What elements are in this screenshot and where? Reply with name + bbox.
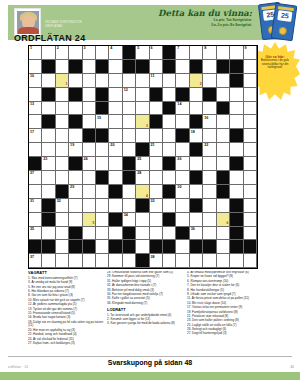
grid-cell-r10c17[interactable]: [244, 171, 257, 185]
grid-cell-r3c12[interactable]: [176, 74, 189, 88]
black-cell-r4c12: [176, 88, 189, 102]
grid-cell-r16c2[interactable]: [42, 254, 55, 268]
black-cell-r6c2: [42, 115, 55, 129]
cell-number: 38: [151, 255, 155, 259]
cell-number: 5: [137, 46, 139, 50]
black-cell-r15c13: [190, 240, 203, 254]
grid-cell-r8c17[interactable]: [244, 143, 257, 157]
grid-cell-r5c4[interactable]: [69, 102, 82, 116]
competition-cell-r11c9[interactable]: 4: [136, 185, 149, 199]
grid-cell-r5c17[interactable]: [244, 102, 257, 116]
grid-cell-r11c1[interactable]: [29, 185, 42, 199]
black-cell-r7c6: [96, 129, 109, 143]
page-title: ORDFLÄTAN 24: [14, 33, 85, 43]
black-cell-r13c11: [163, 213, 176, 227]
grid-cell-r6c6[interactable]: 15: [96, 115, 109, 129]
clue: 27. Dogt till hanteringsljud (3): [187, 332, 261, 336]
grid-cell-r7c4[interactable]: [69, 129, 82, 143]
grid-cell-r4c16[interactable]: [230, 88, 243, 102]
black-cell-r2c2: [42, 60, 55, 74]
cell-number: 32: [57, 199, 61, 203]
grid-cell-r1c1[interactable]: 1: [29, 46, 42, 60]
black-cell-r12c9: [136, 199, 149, 213]
clues-column-1: VÅGRÄTT 1. Slås med översvämningseffekt …: [28, 271, 104, 359]
grid-cell-r3c17[interactable]: [244, 74, 257, 88]
grid-cell-r7c17[interactable]: [244, 129, 257, 143]
grid-cell-r3c2[interactable]: [42, 74, 55, 88]
grid-cell-r12c11[interactable]: [163, 199, 176, 213]
cell-number: 7: [177, 46, 179, 50]
grid-cell-r14c5[interactable]: [83, 227, 96, 241]
grid-cell-r14c10[interactable]: [150, 227, 163, 241]
cell-number: 36: [191, 227, 195, 231]
grid-cell-r16c6[interactable]: [96, 254, 109, 268]
black-cell-r10c6: [96, 171, 109, 185]
grid-cell-r10c3[interactable]: [56, 171, 69, 185]
grid-cell-r7c14[interactable]: [203, 129, 216, 143]
clues-column-3: 4. Är småkul med pipremsor och frityrkul…: [187, 271, 261, 359]
grid-cell-r16c11[interactable]: [163, 254, 176, 268]
grid-cell-r10c11[interactable]: [163, 171, 176, 185]
black-cell-r12c16: [230, 199, 243, 213]
grid-cell-r10c5[interactable]: [83, 171, 96, 185]
grid-cell-r13c1[interactable]: [29, 213, 42, 227]
black-cell-r6c10: [150, 115, 163, 129]
grid-cell-r3c7[interactable]: [109, 74, 122, 88]
grid-cell-r12c4[interactable]: [69, 199, 82, 213]
grid-cell-r1c6[interactable]: [96, 46, 109, 60]
grid-cell-r6c8[interactable]: [123, 115, 136, 129]
grid-cell-r8c3[interactable]: [56, 143, 69, 157]
grid-cell-r9c12[interactable]: 26: [176, 157, 189, 171]
grid-cell-r13c13[interactable]: [190, 213, 203, 227]
grid-cell-r7c8[interactable]: [123, 129, 136, 143]
grid-cell-r1c2[interactable]: [42, 46, 55, 60]
grid-cell-r11c4[interactable]: 29: [69, 185, 82, 199]
down-header: LODRÄTT: [107, 308, 184, 313]
footer-divider: [8, 356, 292, 357]
grid-cell-r1c13[interactable]: [190, 46, 203, 60]
grid-cell-r5c1[interactable]: 13: [29, 102, 42, 116]
grid-cell-r8c1[interactable]: [29, 143, 42, 157]
lottery-ticket-icon: 25: [271, 3, 298, 42]
grid-cell-r7c2[interactable]: [42, 129, 55, 143]
black-cell-r8c13: [190, 143, 203, 157]
black-cell-r13c7: [109, 213, 122, 227]
grid-cell-r13c9[interactable]: [136, 213, 149, 227]
black-cell-r13c16: [230, 213, 243, 227]
grid-cell-r13c17[interactable]: [244, 213, 257, 227]
grid-cell-r5c10[interactable]: [150, 102, 163, 116]
photo-caption: VECKANS KONSTRUKTÖR ORDFLÄTAN: [45, 21, 82, 29]
competition-letter-index: 3: [146, 124, 148, 128]
cell-number: 2: [57, 46, 59, 50]
grid-cell-r15c9[interactable]: [136, 240, 149, 254]
grid-cell-r12c15[interactable]: [217, 199, 230, 213]
grid-cell-r16c14[interactable]: [203, 254, 216, 268]
prize-heading: Detta kan du vinna:: [158, 8, 252, 18]
grid-cell-r6c17[interactable]: [244, 115, 257, 129]
black-cell-r13c2: [42, 213, 55, 227]
black-cell-r2c6: [96, 60, 109, 74]
cell-number: 23: [43, 157, 47, 161]
grid-cell-r14c3[interactable]: [56, 227, 69, 241]
competition-cell-r13c5[interactable]: 5: [83, 213, 96, 227]
black-cell-r11c11: [163, 185, 176, 199]
cell-number: 18: [191, 130, 195, 134]
grid-cell-r3c11[interactable]: [163, 74, 176, 88]
grid-cell-r14c11[interactable]: [163, 227, 176, 241]
grid-cell-r12c14[interactable]: [203, 199, 216, 213]
grid-cell-r1c17[interactable]: 9: [244, 46, 257, 60]
grid-cell-r16c10[interactable]: 38: [150, 254, 163, 268]
grid-cell-r5c16[interactable]: [230, 102, 243, 116]
black-cell-r5c11: [163, 102, 176, 116]
black-cell-r15c17: [244, 240, 257, 254]
grid-cell-r11c8[interactable]: [123, 185, 136, 199]
grid-cell-r14c17[interactable]: [244, 227, 257, 241]
grid-cell-r4c11[interactable]: [163, 88, 176, 102]
grid-cell-r2c14[interactable]: [203, 60, 216, 74]
black-cell-r15c16: [230, 240, 243, 254]
grid-cell-r10c4[interactable]: [69, 171, 82, 185]
grid-cell-r16c1[interactable]: 37: [29, 254, 42, 268]
clue: 3. Kan gossen sjunga för med de båda axl…: [107, 322, 184, 326]
grid-cell-r11c6[interactable]: [96, 185, 109, 199]
grid-cell-r14c9[interactable]: [136, 227, 149, 241]
cell-number: 4: [110, 46, 112, 50]
grid-cell-r2c17[interactable]: [244, 60, 257, 74]
black-cell-r15c4: [69, 240, 82, 254]
black-cell-r15c2: [42, 240, 55, 254]
black-cell-r2c13: [190, 60, 203, 74]
grid-cell-r9c6[interactable]: [96, 157, 109, 171]
prize-info: Detta kan du vinna: 1:a pris: Två Sverig…: [158, 8, 252, 27]
grid-cell-r1c12[interactable]: 7: [176, 46, 189, 60]
grid-cell-r4c3[interactable]: [56, 88, 69, 102]
grid-cell-r14c14[interactable]: [203, 227, 216, 241]
grid-cell-r7c11[interactable]: [163, 129, 176, 143]
grid-cell-r7c15[interactable]: [217, 129, 230, 143]
grid-cell-r8c12[interactable]: [176, 143, 189, 157]
grid-cell-r10c2[interactable]: [42, 171, 55, 185]
grid-cell-r3c8[interactable]: [123, 74, 136, 88]
grid-cell-r8c11[interactable]: [163, 143, 176, 157]
grid-cell-r16c17[interactable]: [244, 254, 257, 268]
grid-cell-r3c5[interactable]: [83, 74, 96, 88]
grid-cell-r3c15[interactable]: [217, 74, 230, 88]
grid-cell-r4c8[interactable]: 12: [123, 88, 136, 102]
black-cell-r15c7: [109, 240, 122, 254]
grid-cell-r4c9[interactable]: [136, 88, 149, 102]
grid-cell-r12c1[interactable]: 31: [29, 199, 42, 213]
black-cell-r9c1: [29, 157, 42, 171]
grid-cell-r15c6[interactable]: [96, 240, 109, 254]
grid-cell-r12c17[interactable]: [244, 199, 257, 213]
grid-cell-r9c13[interactable]: [190, 157, 203, 171]
black-cell-r15c10: [150, 240, 163, 254]
grid-cell-r14c15[interactable]: [217, 227, 230, 241]
grid-cell-r12c12[interactable]: [176, 199, 189, 213]
grid-cell-r16c16[interactable]: [230, 254, 243, 268]
grid-cell-r5c8[interactable]: [123, 102, 136, 116]
grid-cell-r6c14[interactable]: 16: [203, 115, 216, 129]
grid-cell-r4c5[interactable]: [83, 88, 96, 102]
grid-cell-r16c15[interactable]: [217, 254, 230, 268]
grid-cell-r5c5[interactable]: [83, 102, 96, 116]
grid-cell-r10c7[interactable]: [109, 171, 122, 185]
grid-cell-r6c1[interactable]: [29, 115, 42, 129]
grid-cell-r14c2[interactable]: [42, 227, 55, 241]
footer-left-text: ordflätan · 24: [8, 366, 28, 369]
prize-line2: 2:a–3:e pris: En Sverigelott.: [158, 23, 252, 28]
lottery-tickets: 25 25: [254, 1, 298, 43]
grid-cell-r2c5[interactable]: [83, 60, 96, 74]
black-cell-r9c16: [230, 157, 243, 171]
grid-cell-r12c10[interactable]: 33: [150, 199, 163, 213]
grid-cell-r10c12[interactable]: [176, 171, 189, 185]
grid-cell-r5c2[interactable]: [42, 102, 55, 116]
crossword-grid: 1234567891011121213141531617181920212223…: [28, 45, 258, 269]
competition-letter-index: 6: [226, 221, 228, 225]
grid-cell-r15c3[interactable]: [56, 240, 69, 254]
grid-cell-r12c3[interactable]: 32: [56, 199, 69, 213]
black-cell-r1c11: [163, 46, 176, 60]
black-cell-r4c6: [96, 88, 109, 102]
grid-cell-r2c7[interactable]: [109, 60, 122, 74]
grid-cell-r16c5[interactable]: [83, 254, 96, 268]
grid-cell-r3c6[interactable]: [96, 74, 109, 88]
grid-cell-r6c16[interactable]: [230, 115, 243, 129]
grid-cell-r11c13[interactable]: [190, 185, 203, 199]
grid-cell-r1c9[interactable]: 5: [136, 46, 149, 60]
grid-cell-r6c11[interactable]: [163, 115, 176, 129]
black-cell-r11c15: [217, 185, 230, 199]
grid-cell-r10c1[interactable]: 27: [29, 171, 42, 185]
black-cell-r8c9: [136, 143, 149, 157]
black-cell-r2c8: [123, 60, 136, 74]
grid-cell-r15c15[interactable]: [217, 240, 230, 254]
grid-cell-r16c4[interactable]: [69, 254, 82, 268]
competition-cell-r13c15[interactable]: 6: [217, 213, 230, 227]
grid-cell-r13c4[interactable]: [69, 213, 82, 227]
grid-cell-r9c3[interactable]: [56, 157, 69, 171]
grid-cell-r8c10[interactable]: 21: [150, 143, 163, 157]
grid-cell-r8c15[interactable]: [217, 143, 230, 157]
grid-cell-r4c15[interactable]: [217, 88, 230, 102]
grid-cell-r5c9[interactable]: [136, 102, 149, 116]
grid-cell-r13c6[interactable]: [96, 213, 109, 227]
howto-body: Bokstäverna i de gula rutorna bildar här…: [259, 59, 291, 70]
grid-cell-r1c5[interactable]: 3: [83, 46, 96, 60]
grid-cell-r1c7[interactable]: 4: [109, 46, 122, 60]
competition-cell-r3c3[interactable]: 1: [56, 74, 69, 88]
black-cell-r12c2: [42, 199, 55, 213]
grid-cell-r5c12[interactable]: 14: [176, 102, 189, 116]
grid-cell-r11c10[interactable]: [150, 185, 163, 199]
grid-cell-r8c2[interactable]: [42, 143, 55, 157]
coin-icon: [278, 26, 287, 35]
grid-cell-r11c16[interactable]: [230, 185, 243, 199]
grid-cell-r8c16[interactable]: [230, 143, 243, 157]
grid-cell-r2c3[interactable]: [56, 60, 69, 74]
grid-cell-r13c10[interactable]: [150, 213, 163, 227]
grid-cell-r1c4[interactable]: [69, 46, 82, 60]
grid-cell-r9c15[interactable]: [217, 157, 230, 171]
black-cell-r9c4: [69, 157, 82, 171]
grid-cell-r16c7[interactable]: [109, 254, 122, 268]
black-cell-r2c11: [163, 60, 176, 74]
grid-cell-r9c17[interactable]: [244, 157, 257, 171]
grid-cell-r7c1[interactable]: 17: [29, 129, 42, 143]
grid-cell-r8c14[interactable]: 22: [203, 143, 216, 157]
grid-cell-r13c8[interactable]: 34: [123, 213, 136, 227]
cell-number: 29: [70, 185, 74, 189]
grid-cell-r12c5[interactable]: [83, 199, 96, 213]
grid-cell-r11c5[interactable]: [83, 185, 96, 199]
grid-cell-r7c10[interactable]: [150, 129, 163, 143]
grid-cell-r7c13[interactable]: 18: [190, 129, 203, 143]
grid-cell-r12c8[interactable]: [123, 199, 136, 213]
grid-cell-r10c9[interactable]: 28: [136, 171, 149, 185]
grid-cell-r13c3[interactable]: [56, 213, 69, 227]
grid-cell-r4c7[interactable]: [109, 88, 122, 102]
grid-cell-r5c13[interactable]: [190, 102, 203, 116]
black-cell-r1c8: [123, 46, 136, 60]
grid-cell-r5c14[interactable]: [203, 102, 216, 116]
cell-number: 30: [177, 185, 181, 189]
cell-number: 1: [30, 46, 32, 50]
competition-letter-index: 4: [146, 194, 148, 198]
ticket-value: 25: [277, 10, 292, 22]
black-cell-r14c12: [176, 227, 189, 241]
black-cell-r9c11: [163, 157, 176, 171]
black-cell-r2c9: [136, 60, 149, 74]
grid-cell-r8c4[interactable]: 19: [69, 143, 82, 157]
competition-cell-r3c13[interactable]: 2: [190, 74, 203, 88]
grid-cell-r8c8[interactable]: [123, 143, 136, 157]
grid-cell-r11c2[interactable]: [42, 185, 55, 199]
grid-cell-r1c3[interactable]: 2: [56, 46, 69, 60]
grid-cell-r1c16[interactable]: [230, 46, 243, 60]
grid-cell-r9c9[interactable]: 25: [136, 157, 149, 171]
grid-cell-r14c1[interactable]: 35: [29, 227, 42, 241]
grid-cell-r6c5[interactable]: [83, 115, 96, 129]
grid-cell-r1c15[interactable]: [217, 46, 230, 60]
black-cell-r15c14: [203, 240, 216, 254]
grid-cell-r16c3[interactable]: [56, 254, 69, 268]
cell-number: 6: [151, 46, 153, 50]
grid-cell-r14c7[interactable]: [109, 227, 122, 241]
cell-number: 14: [177, 102, 181, 106]
black-cell-r11c7: [109, 185, 122, 199]
grid-cell-r8c7[interactable]: 20: [109, 143, 122, 157]
black-cell-r4c14: [203, 88, 216, 102]
black-cell-r10c13: [190, 171, 203, 185]
grid-cell-r10c10[interactable]: [150, 171, 163, 185]
grid-cell-r9c7[interactable]: [109, 157, 122, 171]
grid-cell-r6c3[interactable]: [56, 115, 69, 129]
cell-number: 34: [124, 213, 128, 217]
grid-cell-r16c12[interactable]: [176, 254, 189, 268]
grid-cell-r12c6[interactable]: [96, 199, 109, 213]
black-cell-r2c16: [230, 60, 243, 74]
grid-cell-r10c14[interactable]: [203, 171, 216, 185]
grid-cell-r9c2[interactable]: 23: [42, 157, 55, 171]
grid-cell-r13c14[interactable]: [203, 213, 216, 227]
black-cell-r3c16: [230, 74, 243, 88]
clues-column-2: 28. Omkullrande viktorisk som inte gälle…: [107, 271, 184, 359]
grid-cell-r2c12[interactable]: [176, 60, 189, 74]
black-cell-r2c4: [69, 60, 82, 74]
cell-number: 21: [151, 143, 155, 147]
grid-cell-r7c7[interactable]: [109, 129, 122, 143]
black-cell-r9c8: [123, 157, 136, 171]
grid-cell-r11c17[interactable]: [244, 185, 257, 199]
grid-cell-r5c7[interactable]: [109, 102, 122, 116]
grid-cell-r4c17[interactable]: [244, 88, 257, 102]
grid-cell-r4c13[interactable]: [190, 88, 203, 102]
grid-cell-r4c1[interactable]: [29, 88, 42, 102]
cell-number: 31: [30, 199, 34, 203]
grid-cell-r2c10[interactable]: [150, 60, 163, 74]
grid-cell-r11c12[interactable]: 30: [176, 185, 189, 199]
grid-cell-r8c5[interactable]: [83, 143, 96, 157]
competition-cell-r6c9[interactable]: 3: [136, 115, 149, 129]
grid-cell-r11c14[interactable]: [203, 185, 216, 199]
grid-cell-r1c10[interactable]: 6: [150, 46, 163, 60]
grid-cell-r3c1[interactable]: 10: [29, 74, 42, 88]
grid-cell-r6c15[interactable]: [217, 115, 230, 129]
grid-cell-r16c13[interactable]: [190, 254, 203, 268]
black-cell-r15c1: [29, 240, 42, 254]
cell-number: 19: [70, 143, 74, 147]
grid-cell-r12c7[interactable]: [109, 199, 122, 213]
grid-cell-r15c12[interactable]: [176, 240, 189, 254]
black-cell-r15c8: [123, 240, 136, 254]
grid-cell-r3c9[interactable]: [136, 74, 149, 88]
grid-cell-r8c6[interactable]: [96, 143, 109, 157]
grid-cell-r16c8[interactable]: [123, 254, 136, 268]
black-cell-r14c16: [230, 227, 243, 241]
black-cell-r16c9: [136, 254, 149, 268]
grid-cell-r13c12[interactable]: [176, 213, 189, 227]
across-clues-part1: 1. Slås med översvämningseffekt (7)3. Är…: [28, 277, 104, 346]
grid-cell-r7c9[interactable]: [136, 129, 149, 143]
grid-cell-r6c7[interactable]: [109, 115, 122, 129]
grid-cell-r9c5[interactable]: 24: [83, 157, 96, 171]
grid-cell-r9c10[interactable]: [150, 157, 163, 171]
grid-cell-r10c16[interactable]: [230, 171, 243, 185]
grid-cell-r14c6[interactable]: [96, 227, 109, 241]
grid-cell-r7c3[interactable]: [56, 129, 69, 143]
grid-cell-r5c3[interactable]: [56, 102, 69, 116]
grid-cell-r9c14[interactable]: [203, 157, 216, 171]
grid-cell-r3c10[interactable]: 11: [150, 74, 163, 88]
clue: 36. Klingade med darrning (7): [107, 302, 184, 306]
answer-coupon-note: Svarskupong på sidan 48: [0, 359, 300, 366]
grid-cell-r3c4[interactable]: [69, 74, 82, 88]
black-cell-r11c3: [56, 185, 69, 199]
grid-cell-r6c12[interactable]: [176, 115, 189, 129]
grid-cell-r2c1[interactable]: [29, 60, 42, 74]
photo-caption-line2: ORDFLÄTAN: [45, 25, 82, 29]
grid-cell-r14c13[interactable]: 36: [190, 227, 203, 241]
black-cell-r6c13: [190, 115, 203, 129]
cell-number: 25: [137, 157, 141, 161]
grid-cell-r1c14[interactable]: 8: [203, 46, 216, 60]
grid-cell-r3c14[interactable]: [203, 74, 216, 88]
